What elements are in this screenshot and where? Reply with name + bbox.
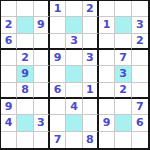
cell-r4c2[interactable]: 2: [17, 50, 33, 66]
cell-r3c1[interactable]: 6: [1, 34, 17, 50]
cell-r8c9[interactable]: 6: [132, 115, 148, 131]
cell-r6c6[interactable]: 1: [83, 83, 99, 99]
cell-r7c9[interactable]: 7: [132, 99, 148, 115]
cell-r5c3[interactable]: [34, 66, 50, 82]
cell-r7c1[interactable]: 9: [1, 99, 17, 115]
cell-r3c6[interactable]: [83, 34, 99, 50]
cell-r6c4[interactable]: 6: [50, 83, 66, 99]
cell-r3c4[interactable]: [50, 34, 66, 50]
cell-r5c7[interactable]: [99, 66, 115, 82]
cell-r3c5[interactable]: 3: [66, 34, 82, 50]
cell-r1c4[interactable]: 1: [50, 1, 66, 17]
cell-r5c6[interactable]: [83, 66, 99, 82]
cell-r4c9[interactable]: [132, 50, 148, 66]
cell-r6c8[interactable]: 2: [115, 83, 131, 99]
cell-r9c3[interactable]: [34, 132, 50, 148]
cell-r9c9[interactable]: [132, 132, 148, 148]
cell-r2c4[interactable]: [50, 17, 66, 33]
cell-r6c9[interactable]: [132, 83, 148, 99]
cell-r2c2[interactable]: [17, 17, 33, 33]
sudoku-board: 1229136322937938612947439678: [0, 0, 150, 150]
cell-r4c8[interactable]: 7: [115, 50, 131, 66]
cell-r6c7[interactable]: [99, 83, 115, 99]
cell-r3c7[interactable]: [99, 34, 115, 50]
cell-r5c4[interactable]: [50, 66, 66, 82]
cell-r2c3[interactable]: 9: [34, 17, 50, 33]
cell-r5c5[interactable]: [66, 66, 82, 82]
cell-r1c9[interactable]: [132, 1, 148, 17]
cell-r8c4[interactable]: [50, 115, 66, 131]
cell-r1c1[interactable]: [1, 1, 17, 17]
cell-r3c2[interactable]: [17, 34, 33, 50]
cell-r1c7[interactable]: [99, 1, 115, 17]
cell-r3c3[interactable]: [34, 34, 50, 50]
cell-r1c6[interactable]: 2: [83, 1, 99, 17]
cell-r2c5[interactable]: [66, 17, 82, 33]
cell-r1c2[interactable]: [17, 1, 33, 17]
cell-r8c6[interactable]: [83, 115, 99, 131]
cell-r7c6[interactable]: [83, 99, 99, 115]
cell-r2c1[interactable]: 2: [1, 17, 17, 33]
cell-r8c5[interactable]: [66, 115, 82, 131]
cell-r3c8[interactable]: [115, 34, 131, 50]
cell-r1c8[interactable]: [115, 1, 131, 17]
cell-r9c1[interactable]: [1, 132, 17, 148]
cell-r9c6[interactable]: 8: [83, 132, 99, 148]
cell-r2c7[interactable]: 1: [99, 17, 115, 33]
cell-r2c9[interactable]: 3: [132, 17, 148, 33]
cell-r4c6[interactable]: 3: [83, 50, 99, 66]
cell-r6c5[interactable]: [66, 83, 82, 99]
cell-r7c4[interactable]: [50, 99, 66, 115]
cell-r7c8[interactable]: [115, 99, 131, 115]
cell-r4c3[interactable]: [34, 50, 50, 66]
cell-r6c2[interactable]: 8: [17, 83, 33, 99]
cell-r9c5[interactable]: [66, 132, 82, 148]
cell-r8c8[interactable]: [115, 115, 131, 131]
cell-r1c3[interactable]: [34, 1, 50, 17]
cell-r1c5[interactable]: [66, 1, 82, 17]
cell-r4c5[interactable]: [66, 50, 82, 66]
cell-r4c7[interactable]: [99, 50, 115, 66]
cell-r2c6[interactable]: [83, 17, 99, 33]
cell-r6c3[interactable]: [34, 83, 50, 99]
cell-r5c2[interactable]: 9: [17, 66, 33, 82]
cell-r7c5[interactable]: 4: [66, 99, 82, 115]
cell-r2c8[interactable]: [115, 17, 131, 33]
cell-r8c3[interactable]: 3: [34, 115, 50, 131]
cell-r4c1[interactable]: [1, 50, 17, 66]
cell-r6c1[interactable]: [1, 83, 17, 99]
cell-r5c8[interactable]: 3: [115, 66, 131, 82]
cell-r7c2[interactable]: [17, 99, 33, 115]
cell-r7c3[interactable]: [34, 99, 50, 115]
cell-r7c7[interactable]: [99, 99, 115, 115]
cell-r5c9[interactable]: [132, 66, 148, 82]
cell-r9c2[interactable]: [17, 132, 33, 148]
cell-r9c7[interactable]: [99, 132, 115, 148]
cell-r5c1[interactable]: [1, 66, 17, 82]
cell-r8c7[interactable]: 9: [99, 115, 115, 131]
cell-r9c4[interactable]: 7: [50, 132, 66, 148]
cell-r4c4[interactable]: 9: [50, 50, 66, 66]
cell-r8c2[interactable]: [17, 115, 33, 131]
cell-r9c8[interactable]: [115, 132, 131, 148]
cell-r8c1[interactable]: 4: [1, 115, 17, 131]
cell-r3c9[interactable]: 2: [132, 34, 148, 50]
